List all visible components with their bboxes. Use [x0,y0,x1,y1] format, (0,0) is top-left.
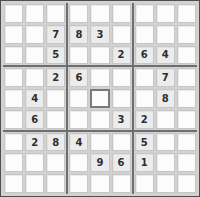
cell-r6c4[interactable] [69,110,88,129]
sudoku-box-8: 496 [68,132,131,194]
cell-r2c7[interactable] [135,25,154,44]
cell-r5c9[interactable] [177,89,196,108]
cell-r5c2[interactable]: 4 [25,89,44,108]
sudoku-box-9: 51 [134,132,197,194]
cell-r9c3[interactable] [46,174,65,193]
cell-r8c9[interactable] [177,153,196,172]
cell-r8c3[interactable] [46,153,65,172]
cell-r9c6[interactable] [112,174,131,193]
cell-r2c9[interactable] [177,25,196,44]
sudoku-app: 7583264246637822849651 [0,0,200,197]
cell-r3c9[interactable] [177,46,196,65]
cell-r2c4[interactable]: 8 [69,25,88,44]
cell-r8c8[interactable] [156,153,175,172]
cell-r8c1[interactable] [4,153,23,172]
cell-r6c5[interactable] [90,110,109,129]
cell-r4c6[interactable] [112,68,131,87]
cell-r4c7[interactable] [135,68,154,87]
cell-r9c4[interactable] [69,174,88,193]
cell-r9c8[interactable] [156,174,175,193]
cell-r1c4[interactable] [69,4,88,23]
cell-r3c1[interactable] [4,46,23,65]
cell-r3c8[interactable]: 4 [156,46,175,65]
cell-r1c8[interactable] [156,4,175,23]
sudoku-box-7: 28 [3,132,66,194]
cell-r5c8[interactable]: 8 [156,89,175,108]
cell-r3c6[interactable]: 2 [112,46,131,65]
cell-r1c2[interactable] [25,4,44,23]
cell-r5c7[interactable] [135,89,154,108]
cell-r1c6[interactable] [112,4,131,23]
cell-r6c9[interactable] [177,110,196,129]
cell-r8c5[interactable]: 9 [90,153,109,172]
cell-r8c7[interactable]: 1 [135,153,154,172]
cell-r4c9[interactable] [177,68,196,87]
cell-r7c4[interactable]: 4 [69,133,88,152]
cell-r5c6[interactable] [112,89,131,108]
cell-r2c1[interactable] [4,25,23,44]
cell-r7c5[interactable] [90,133,109,152]
cell-r4c8[interactable]: 7 [156,68,175,87]
cell-r3c5[interactable] [90,46,109,65]
cell-r9c9[interactable] [177,174,196,193]
cell-r7c6[interactable] [112,133,131,152]
cell-r6c1[interactable] [4,110,23,129]
cell-r8c4[interactable] [69,153,88,172]
cell-r3c7[interactable]: 6 [135,46,154,65]
cell-r4c1[interactable] [4,68,23,87]
cell-r7c7[interactable]: 5 [135,133,154,152]
cell-r6c7[interactable]: 2 [135,110,154,129]
sudoku-box-3: 64 [134,3,197,65]
cell-r3c4[interactable] [69,46,88,65]
sudoku-box-5: 63 [68,67,131,129]
cell-r6c6[interactable]: 3 [112,110,131,129]
cell-r5c1[interactable] [4,89,23,108]
cell-r4c2[interactable] [25,68,44,87]
cell-r1c9[interactable] [177,4,196,23]
cell-r4c4[interactable]: 6 [69,68,88,87]
cell-r7c1[interactable] [4,133,23,152]
cell-r2c5[interactable]: 3 [90,25,109,44]
sudoku-board: 7583264246637822849651 [3,3,197,194]
cell-r5c3[interactable] [46,89,65,108]
cell-r1c3[interactable] [46,4,65,23]
cell-r7c8[interactable] [156,133,175,152]
cell-r2c3[interactable]: 7 [46,25,65,44]
cell-r9c5[interactable] [90,174,109,193]
cell-r2c2[interactable] [25,25,44,44]
cell-r1c7[interactable] [135,4,154,23]
cell-r4c3[interactable]: 2 [46,68,65,87]
cell-r3c3[interactable]: 5 [46,46,65,65]
sudoku-box-6: 782 [134,67,197,129]
sudoku-box-2: 832 [68,3,131,65]
cell-r8c6[interactable]: 6 [112,153,131,172]
cell-r9c7[interactable] [135,174,154,193]
sudoku-box-1: 75 [3,3,66,65]
cell-r4c5[interactable] [90,68,109,87]
cell-r7c2[interactable]: 2 [25,133,44,152]
cell-r7c3[interactable]: 8 [46,133,65,152]
sudoku-box-4: 246 [3,67,66,129]
cell-r5c4[interactable] [69,89,88,108]
cell-r9c2[interactable] [25,174,44,193]
cell-r7c9[interactable] [177,133,196,152]
cell-r8c2[interactable] [25,153,44,172]
cell-r3c2[interactable] [25,46,44,65]
cell-r2c6[interactable] [112,25,131,44]
cell-r9c1[interactable] [4,174,23,193]
cell-r1c5[interactable] [90,4,109,23]
cell-r6c8[interactable] [156,110,175,129]
cell-r1c1[interactable] [4,4,23,23]
selected-cell-r5c5[interactable] [90,89,109,108]
cell-r6c3[interactable] [46,110,65,129]
cell-r6c2[interactable]: 6 [25,110,44,129]
cell-r2c8[interactable] [156,25,175,44]
